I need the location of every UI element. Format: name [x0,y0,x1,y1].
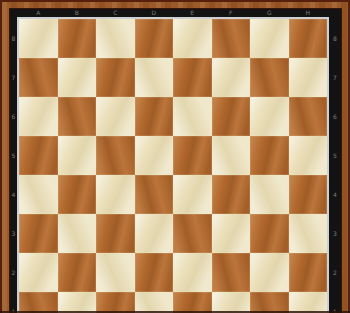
square-d1[interactable] [135,292,174,313]
square-h5[interactable] [289,136,328,175]
board-border [17,17,329,313]
square-f6[interactable] [212,97,251,136]
square-f4[interactable] [212,175,251,214]
square-c6[interactable] [96,97,135,136]
square-g2[interactable] [250,253,289,292]
square-h4[interactable] [289,175,328,214]
rank-label-8: 8 [329,19,341,58]
square-f8[interactable] [212,19,251,58]
square-b4[interactable] [58,175,97,214]
square-d5[interactable] [135,136,174,175]
square-h2[interactable] [289,253,328,292]
rank-label-1: 1 [329,292,341,313]
rank-label-2: 2 [329,253,341,292]
square-b3[interactable] [58,214,97,253]
square-g6[interactable] [250,97,289,136]
square-f1[interactable] [212,292,251,313]
square-g7[interactable] [250,58,289,97]
rank-label-8: 8 [10,19,17,58]
square-c4[interactable] [96,175,135,214]
square-a8[interactable] [19,19,58,58]
square-e5[interactable] [173,136,212,175]
square-g1[interactable] [250,292,289,313]
square-a6[interactable] [19,97,58,136]
square-d8[interactable] [135,19,174,58]
square-f5[interactable] [212,136,251,175]
square-b5[interactable] [58,136,97,175]
square-a1[interactable] [19,292,58,313]
file-label-d: D [135,9,174,17]
file-label-h: H [289,9,328,17]
square-g3[interactable] [250,214,289,253]
square-e6[interactable] [173,97,212,136]
square-b6[interactable] [58,97,97,136]
square-a7[interactable] [19,58,58,97]
rank-label-7: 7 [10,58,17,97]
rank-label-6: 6 [329,97,341,136]
rank-label-5: 5 [10,136,17,175]
file-label-b: B [58,9,97,17]
chessboard: ABCDEFGH 87654321 87654321 [0,0,350,313]
rank-label-7: 7 [329,58,341,97]
square-h8[interactable] [289,19,328,58]
board-grid [19,19,327,313]
rank-label-3: 3 [329,214,341,253]
rank-label-4: 4 [329,175,341,214]
square-c3[interactable] [96,214,135,253]
rank-label-3: 3 [10,214,17,253]
rank-label-4: 4 [10,175,17,214]
square-e7[interactable] [173,58,212,97]
square-e1[interactable] [173,292,212,313]
square-g8[interactable] [250,19,289,58]
square-h3[interactable] [289,214,328,253]
rank-label-1: 1 [10,292,17,313]
file-labels: ABCDEFGH [19,9,327,17]
square-b7[interactable] [58,58,97,97]
file-label-f: F [212,9,251,17]
square-d2[interactable] [135,253,174,292]
square-g5[interactable] [250,136,289,175]
square-g4[interactable] [250,175,289,214]
square-h6[interactable] [289,97,328,136]
square-f3[interactable] [212,214,251,253]
square-e4[interactable] [173,175,212,214]
file-label-a: A [19,9,58,17]
square-e3[interactable] [173,214,212,253]
square-h1[interactable] [289,292,328,313]
square-c2[interactable] [96,253,135,292]
square-f2[interactable] [212,253,251,292]
square-a2[interactable] [19,253,58,292]
square-a3[interactable] [19,214,58,253]
square-h7[interactable] [289,58,328,97]
square-c7[interactable] [96,58,135,97]
square-f7[interactable] [212,58,251,97]
square-b1[interactable] [58,292,97,313]
square-d7[interactable] [135,58,174,97]
square-d6[interactable] [135,97,174,136]
rank-label-2: 2 [10,253,17,292]
rank-labels-left: 87654321 [10,19,17,313]
square-a4[interactable] [19,175,58,214]
file-label-e: E [173,9,212,17]
square-e8[interactable] [173,19,212,58]
rank-labels-right: 87654321 [329,19,341,313]
square-c8[interactable] [96,19,135,58]
file-label-g: G [250,9,289,17]
rank-label-6: 6 [10,97,17,136]
rank-label-5: 5 [329,136,341,175]
square-e2[interactable] [173,253,212,292]
file-label-c: C [96,9,135,17]
square-d4[interactable] [135,175,174,214]
square-b2[interactable] [58,253,97,292]
square-c1[interactable] [96,292,135,313]
square-d3[interactable] [135,214,174,253]
square-b8[interactable] [58,19,97,58]
square-c5[interactable] [96,136,135,175]
square-a5[interactable] [19,136,58,175]
